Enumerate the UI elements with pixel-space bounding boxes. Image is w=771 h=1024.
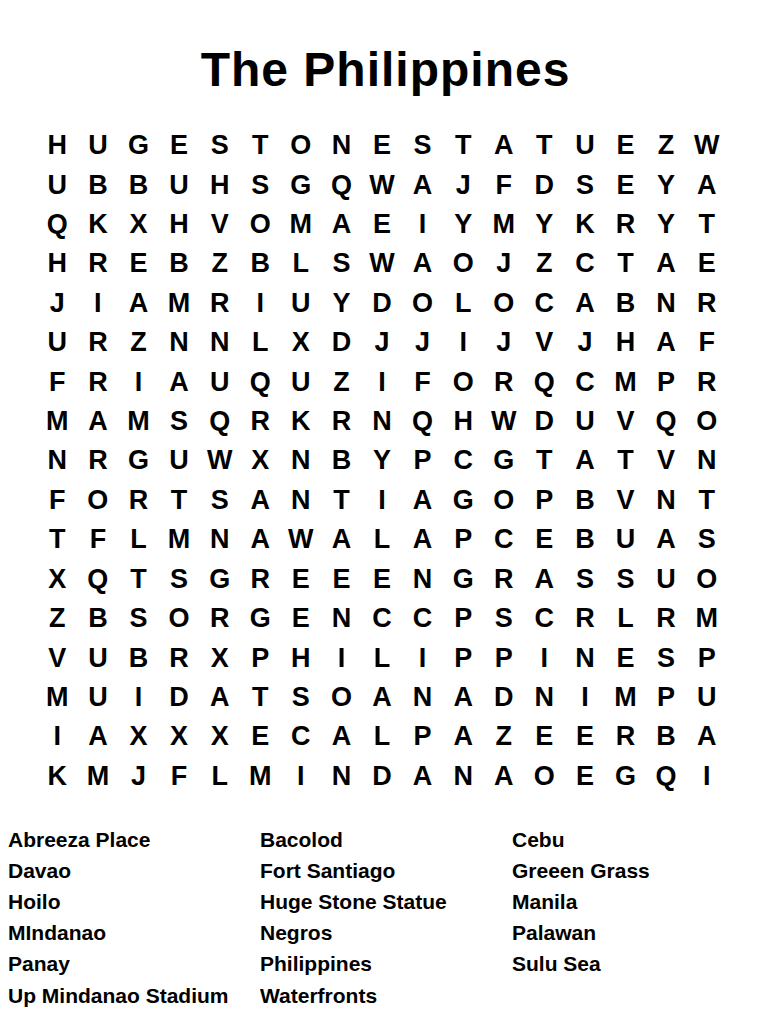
- grid-cell-r13c11[interactable]: P: [443, 599, 484, 638]
- grid-cell-r8c13[interactable]: D: [524, 402, 565, 441]
- grid-cell-r1c1[interactable]: H: [37, 126, 78, 165]
- grid-cell-r14c3[interactable]: B: [118, 638, 159, 677]
- grid-cell-r2c4[interactable]: U: [159, 165, 200, 204]
- grid-cell-r3c12[interactable]: M: [483, 205, 524, 244]
- grid-cell-r9c16[interactable]: V: [646, 441, 687, 480]
- grid-cell-r13c17[interactable]: M: [686, 599, 727, 638]
- grid-cell-r11c17[interactable]: S: [686, 520, 727, 559]
- grid-cell-r1c9[interactable]: E: [362, 126, 403, 165]
- grid-cell-r8c8[interactable]: R: [321, 402, 362, 441]
- grid-cell-r5c3[interactable]: A: [118, 284, 159, 323]
- grid-cell-r16c17[interactable]: A: [686, 717, 727, 756]
- page-title: The Philippines: [0, 42, 771, 97]
- grid-cell-r4c13[interactable]: Z: [524, 244, 565, 283]
- grid-cell-r3c13[interactable]: Y: [524, 205, 565, 244]
- grid-cell-r6c5[interactable]: N: [199, 323, 240, 362]
- grid-cell-r8c15[interactable]: V: [605, 402, 646, 441]
- grid-cell-r9c9[interactable]: Y: [362, 441, 403, 480]
- grid-cell-r8c6[interactable]: R: [240, 402, 281, 441]
- grid-cell-r13c2[interactable]: B: [78, 599, 119, 638]
- grid-cell-r7c5[interactable]: U: [199, 362, 240, 401]
- grid-cell-r1c12[interactable]: A: [483, 126, 524, 165]
- grid-cell-r16c11[interactable]: A: [443, 717, 484, 756]
- grid-cell-r16c10[interactable]: P: [402, 717, 443, 756]
- grid-cell-r10c9[interactable]: I: [362, 481, 403, 520]
- grid-cell-r17c3[interactable]: J: [118, 757, 159, 796]
- grid-cell-r9c7[interactable]: N: [281, 441, 322, 480]
- grid-cell-r9c3[interactable]: G: [118, 441, 159, 480]
- grid-cell-r13c13[interactable]: C: [524, 599, 565, 638]
- grid-cell-r17c4[interactable]: F: [159, 757, 200, 796]
- grid-cell-r14c16[interactable]: S: [646, 638, 687, 677]
- grid-cell-r1c5[interactable]: S: [199, 126, 240, 165]
- grid-cell-r10c8[interactable]: T: [321, 481, 362, 520]
- grid-cell-r17c12[interactable]: A: [483, 757, 524, 796]
- grid-cell-r2c11[interactable]: J: [443, 165, 484, 204]
- grid-cell-r5c9[interactable]: D: [362, 284, 403, 323]
- grid-cell-r9c14[interactable]: A: [565, 441, 606, 480]
- grid-cell-r10c16[interactable]: N: [646, 481, 687, 520]
- grid-cell-r16c6[interactable]: E: [240, 717, 281, 756]
- grid-cell-r2c2[interactable]: B: [78, 165, 119, 204]
- grid-cell-r6c13[interactable]: V: [524, 323, 565, 362]
- grid-cell-r13c7[interactable]: E: [281, 599, 322, 638]
- grid-cell-r4c6[interactable]: B: [240, 244, 281, 283]
- grid-cell-r15c6[interactable]: T: [240, 678, 281, 717]
- grid-cell-r10c14[interactable]: B: [565, 481, 606, 520]
- grid-cell-r12c4[interactable]: S: [159, 560, 200, 599]
- grid-cell-r2c10[interactable]: A: [402, 165, 443, 204]
- grid-cell-r14c7[interactable]: H: [281, 638, 322, 677]
- grid-cell-r7c11[interactable]: O: [443, 362, 484, 401]
- grid-cell-r1c17[interactable]: W: [686, 126, 727, 165]
- grid-cell-r6c4[interactable]: N: [159, 323, 200, 362]
- grid-cell-r6c15[interactable]: H: [605, 323, 646, 362]
- grid-cell-r16c1[interactable]: I: [37, 717, 78, 756]
- grid-cell-r11c16[interactable]: A: [646, 520, 687, 559]
- grid-cell-r11c9[interactable]: L: [362, 520, 403, 559]
- grid-cell-r4c14[interactable]: C: [565, 244, 606, 283]
- grid-cell-r3c10[interactable]: I: [402, 205, 443, 244]
- grid-cell-r12c1[interactable]: X: [37, 560, 78, 599]
- grid-cell-r15c2[interactable]: U: [78, 678, 119, 717]
- grid-cell-r17c5[interactable]: L: [199, 757, 240, 796]
- grid-cell-r6c9[interactable]: J: [362, 323, 403, 362]
- grid-cell-r14c10[interactable]: I: [402, 638, 443, 677]
- grid-cell-r10c2[interactable]: O: [78, 481, 119, 520]
- grid-cell-r3c2[interactable]: K: [78, 205, 119, 244]
- grid-cell-r12c2[interactable]: Q: [78, 560, 119, 599]
- grid-cell-r9c12[interactable]: G: [483, 441, 524, 480]
- grid-cell-r5c6[interactable]: I: [240, 284, 281, 323]
- grid-cell-r11c14[interactable]: B: [565, 520, 606, 559]
- grid-cell-r13c9[interactable]: C: [362, 599, 403, 638]
- word-list-column-3: CebuGreeen GrassManilaPalawanSulu Sea: [512, 824, 762, 980]
- grid-cell-r13c1[interactable]: Z: [37, 599, 78, 638]
- grid-cell-r13c15[interactable]: L: [605, 599, 646, 638]
- grid-cell-r3c15[interactable]: R: [605, 205, 646, 244]
- grid-cell-r17c17[interactable]: I: [686, 757, 727, 796]
- grid-cell-r4c9[interactable]: W: [362, 244, 403, 283]
- grid-cell-r4c17[interactable]: E: [686, 244, 727, 283]
- grid-cell-r11c13[interactable]: E: [524, 520, 565, 559]
- grid-cell-r17c13[interactable]: O: [524, 757, 565, 796]
- grid-cell-r15c11[interactable]: A: [443, 678, 484, 717]
- grid-cell-r17c7[interactable]: I: [281, 757, 322, 796]
- grid-cell-r17c14[interactable]: E: [565, 757, 606, 796]
- grid-cell-r9c11[interactable]: C: [443, 441, 484, 480]
- grid-cell-r1c4[interactable]: E: [159, 126, 200, 165]
- grid-cell-r2c5[interactable]: H: [199, 165, 240, 204]
- grid-cell-r10c1[interactable]: F: [37, 481, 78, 520]
- grid-cell-r14c15[interactable]: E: [605, 638, 646, 677]
- grid-cell-r1c10[interactable]: S: [402, 126, 443, 165]
- grid-cell-r17c8[interactable]: N: [321, 757, 362, 796]
- word-list-item: Abreeza Place: [8, 824, 253, 855]
- grid-cell-r3c16[interactable]: Y: [646, 205, 687, 244]
- grid-cell-r10c11[interactable]: G: [443, 481, 484, 520]
- grid-cell-r12c12[interactable]: R: [483, 560, 524, 599]
- grid-cell-r7c2[interactable]: R: [78, 362, 119, 401]
- grid-cell-r8c16[interactable]: Q: [646, 402, 687, 441]
- grid-cell-r4c4[interactable]: B: [159, 244, 200, 283]
- grid-cell-r15c8[interactable]: O: [321, 678, 362, 717]
- grid-cell-r7c3[interactable]: I: [118, 362, 159, 401]
- grid-cell-r2c12[interactable]: F: [483, 165, 524, 204]
- grid-cell-r7c6[interactable]: Q: [240, 362, 281, 401]
- grid-cell-r9c8[interactable]: B: [321, 441, 362, 480]
- grid-cell-r2c17[interactable]: A: [686, 165, 727, 204]
- grid-cell-r4c1[interactable]: H: [37, 244, 78, 283]
- grid-cell-r8c7[interactable]: K: [281, 402, 322, 441]
- grid-cell-r13c12[interactable]: S: [483, 599, 524, 638]
- grid-cell-r15c14[interactable]: I: [565, 678, 606, 717]
- grid-cell-r13c8[interactable]: N: [321, 599, 362, 638]
- grid-cell-r1c14[interactable]: U: [565, 126, 606, 165]
- grid-cell-r1c16[interactable]: Z: [646, 126, 687, 165]
- grid-cell-r9c2[interactable]: R: [78, 441, 119, 480]
- grid-cell-r5c15[interactable]: B: [605, 284, 646, 323]
- grid-cell-r14c6[interactable]: P: [240, 638, 281, 677]
- grid-cell-r17c6[interactable]: M: [240, 757, 281, 796]
- grid-cell-r15c12[interactable]: D: [483, 678, 524, 717]
- grid-cell-r17c15[interactable]: G: [605, 757, 646, 796]
- grid-cell-r1c3[interactable]: G: [118, 126, 159, 165]
- grid-cell-r2c7[interactable]: G: [281, 165, 322, 204]
- grid-cell-r5c10[interactable]: O: [402, 284, 443, 323]
- grid-cell-r8c9[interactable]: N: [362, 402, 403, 441]
- grid-cell-r2c14[interactable]: S: [565, 165, 606, 204]
- grid-cell-r8c12[interactable]: W: [483, 402, 524, 441]
- grid-cell-r4c16[interactable]: A: [646, 244, 687, 283]
- grid-cell-r16c12[interactable]: Z: [483, 717, 524, 756]
- grid-cell-r4c8[interactable]: S: [321, 244, 362, 283]
- grid-cell-r2c15[interactable]: E: [605, 165, 646, 204]
- grid-cell-r6c7[interactable]: X: [281, 323, 322, 362]
- grid-cell-r10c17[interactable]: T: [686, 481, 727, 520]
- grid-cell-r15c4[interactable]: D: [159, 678, 200, 717]
- grid-cell-r11c15[interactable]: U: [605, 520, 646, 559]
- grid-cell-r8c10[interactable]: Q: [402, 402, 443, 441]
- grid-cell-r17c2[interactable]: M: [78, 757, 119, 796]
- word-list-item: Philippines: [260, 949, 505, 980]
- grid-cell-r7c10[interactable]: F: [402, 362, 443, 401]
- grid-cell-r12c8[interactable]: E: [321, 560, 362, 599]
- grid-cell-r12c10[interactable]: N: [402, 560, 443, 599]
- grid-cell-r3c5[interactable]: V: [199, 205, 240, 244]
- grid-cell-r13c6[interactable]: G: [240, 599, 281, 638]
- grid-cell-r5c7[interactable]: U: [281, 284, 322, 323]
- grid-cell-r6c6[interactable]: L: [240, 323, 281, 362]
- grid-cell-r10c13[interactable]: P: [524, 481, 565, 520]
- grid-cell-r7c9[interactable]: I: [362, 362, 403, 401]
- grid-cell-r3c8[interactable]: A: [321, 205, 362, 244]
- grid-cell-r16c2[interactable]: A: [78, 717, 119, 756]
- grid-cell-r12c13[interactable]: A: [524, 560, 565, 599]
- word-list-item: Manila: [512, 886, 762, 917]
- grid-cell-r8c3[interactable]: M: [118, 402, 159, 441]
- grid-cell-r8c5[interactable]: Q: [199, 402, 240, 441]
- grid-cell-r12c6[interactable]: R: [240, 560, 281, 599]
- grid-cell-r1c13[interactable]: T: [524, 126, 565, 165]
- grid-cell-r3c7[interactable]: M: [281, 205, 322, 244]
- grid-cell-r2c8[interactable]: Q: [321, 165, 362, 204]
- grid-cell-r13c3[interactable]: S: [118, 599, 159, 638]
- grid-cell-r5c11[interactable]: L: [443, 284, 484, 323]
- grid-cell-r10c15[interactable]: V: [605, 481, 646, 520]
- grid-cell-r11c1[interactable]: T: [37, 520, 78, 559]
- grid-cell-r1c6[interactable]: T: [240, 126, 281, 165]
- grid-cell-r14c11[interactable]: P: [443, 638, 484, 677]
- grid-cell-r6c11[interactable]: I: [443, 323, 484, 362]
- grid-cell-r10c4[interactable]: T: [159, 481, 200, 520]
- grid-cell-r10c7[interactable]: N: [281, 481, 322, 520]
- grid-cell-r12c3[interactable]: T: [118, 560, 159, 599]
- grid-cell-r7c7[interactable]: U: [281, 362, 322, 401]
- grid-cell-r13c4[interactable]: O: [159, 599, 200, 638]
- grid-cell-r13c10[interactable]: C: [402, 599, 443, 638]
- word-list-item: Huge Stone Statue: [260, 886, 505, 917]
- grid-cell-r3c4[interactable]: H: [159, 205, 200, 244]
- grid-cell-r5c17[interactable]: R: [686, 284, 727, 323]
- grid-cell-r10c12[interactable]: O: [483, 481, 524, 520]
- grid-cell-r5c1[interactable]: J: [37, 284, 78, 323]
- grid-cell-r3c3[interactable]: X: [118, 205, 159, 244]
- grid-cell-r2c3[interactable]: B: [118, 165, 159, 204]
- grid-cell-r7c15[interactable]: M: [605, 362, 646, 401]
- grid-cell-r9c13[interactable]: T: [524, 441, 565, 480]
- grid-cell-r4c3[interactable]: E: [118, 244, 159, 283]
- grid-cell-r12c16[interactable]: U: [646, 560, 687, 599]
- grid-cell-r5c16[interactable]: N: [646, 284, 687, 323]
- word-list-item: Sulu Sea: [512, 949, 762, 980]
- grid-cell-r14c5[interactable]: X: [199, 638, 240, 677]
- grid-cell-r8c1[interactable]: M: [37, 402, 78, 441]
- grid-cell-r4c12[interactable]: J: [483, 244, 524, 283]
- grid-cell-r7c1[interactable]: F: [37, 362, 78, 401]
- word-list-item: MIndanao: [8, 918, 253, 949]
- grid-cell-r2c1[interactable]: U: [37, 165, 78, 204]
- grid-cell-r15c16[interactable]: P: [646, 678, 687, 717]
- grid-cell-r12c14[interactable]: S: [565, 560, 606, 599]
- grid-cell-r9c10[interactable]: P: [402, 441, 443, 480]
- grid-cell-r13c14[interactable]: R: [565, 599, 606, 638]
- grid-cell-r12c5[interactable]: G: [199, 560, 240, 599]
- grid-cell-r14c1[interactable]: V: [37, 638, 78, 677]
- grid-cell-r6c1[interactable]: U: [37, 323, 78, 362]
- grid-cell-r8c11[interactable]: H: [443, 402, 484, 441]
- grid-cell-r8c2[interactable]: A: [78, 402, 119, 441]
- grid-cell-r10c3[interactable]: R: [118, 481, 159, 520]
- grid-cell-r4c11[interactable]: O: [443, 244, 484, 283]
- grid-cell-r15c13[interactable]: N: [524, 678, 565, 717]
- grid-cell-r3c6[interactable]: O: [240, 205, 281, 244]
- grid-cell-r11c4[interactable]: M: [159, 520, 200, 559]
- grid-cell-r17c9[interactable]: D: [362, 757, 403, 796]
- grid-cell-r11c6[interactable]: A: [240, 520, 281, 559]
- grid-cell-r8c14[interactable]: U: [565, 402, 606, 441]
- grid-cell-r6c2[interactable]: R: [78, 323, 119, 362]
- grid-cell-r7c16[interactable]: P: [646, 362, 687, 401]
- grid-cell-r4c15[interactable]: T: [605, 244, 646, 283]
- word-list-column-1: Abreeza PlaceDavaoHoiloMIndanaoPanayUp M…: [8, 824, 253, 1011]
- grid-cell-r16c16[interactable]: B: [646, 717, 687, 756]
- grid-cell-r10c5[interactable]: S: [199, 481, 240, 520]
- grid-cell-r3c1[interactable]: Q: [37, 205, 78, 244]
- grid-cell-r6c10[interactable]: J: [402, 323, 443, 362]
- grid-cell-r9c4[interactable]: U: [159, 441, 200, 480]
- grid-cell-r15c9[interactable]: A: [362, 678, 403, 717]
- grid-cell-r8c17[interactable]: O: [686, 402, 727, 441]
- grid-cell-r11c5[interactable]: N: [199, 520, 240, 559]
- grid-cell-r8c4[interactable]: S: [159, 402, 200, 441]
- grid-cell-r15c17[interactable]: U: [686, 678, 727, 717]
- grid-cell-r10c10[interactable]: A: [402, 481, 443, 520]
- grid-cell-r3c9[interactable]: E: [362, 205, 403, 244]
- grid-cell-r11c3[interactable]: L: [118, 520, 159, 559]
- grid-cell-r4c5[interactable]: Z: [199, 244, 240, 283]
- grid-cell-r2c16[interactable]: Y: [646, 165, 687, 204]
- grid-cell-r15c3[interactable]: I: [118, 678, 159, 717]
- grid-cell-r11c2[interactable]: F: [78, 520, 119, 559]
- word-list-item: Greeen Grass: [512, 855, 762, 886]
- grid-cell-r4c7[interactable]: L: [281, 244, 322, 283]
- grid-cell-r16c14[interactable]: E: [565, 717, 606, 756]
- grid-cell-r17c10[interactable]: A: [402, 757, 443, 796]
- grid-cell-r17c1[interactable]: K: [37, 757, 78, 796]
- grid-cell-r15c1[interactable]: M: [37, 678, 78, 717]
- grid-cell-r15c7[interactable]: S: [281, 678, 322, 717]
- grid-cell-r16c13[interactable]: E: [524, 717, 565, 756]
- grid-cell-r12c7[interactable]: E: [281, 560, 322, 599]
- grid-cell-r11c11[interactable]: P: [443, 520, 484, 559]
- grid-cell-r2c6[interactable]: S: [240, 165, 281, 204]
- grid-cell-r5c2[interactable]: I: [78, 284, 119, 323]
- grid-cell-r17c11[interactable]: N: [443, 757, 484, 796]
- grid-cell-r15c15[interactable]: M: [605, 678, 646, 717]
- grid-cell-r13c16[interactable]: R: [646, 599, 687, 638]
- grid-cell-r14c8[interactable]: I: [321, 638, 362, 677]
- grid-cell-r16c8[interactable]: A: [321, 717, 362, 756]
- grid-cell-r9c15[interactable]: T: [605, 441, 646, 480]
- grid-cell-r16c9[interactable]: L: [362, 717, 403, 756]
- grid-cell-r12c11[interactable]: G: [443, 560, 484, 599]
- grid-cell-r14c13[interactable]: I: [524, 638, 565, 677]
- grid-cell-r16c5[interactable]: X: [199, 717, 240, 756]
- grid-cell-r16c4[interactable]: X: [159, 717, 200, 756]
- grid-cell-r9c1[interactable]: N: [37, 441, 78, 480]
- grid-cell-r14c9[interactable]: L: [362, 638, 403, 677]
- grid-cell-r5c12[interactable]: O: [483, 284, 524, 323]
- grid-cell-r10c6[interactable]: A: [240, 481, 281, 520]
- grid-cell-r3c17[interactable]: T: [686, 205, 727, 244]
- grid-cell-r15c10[interactable]: N: [402, 678, 443, 717]
- grid-cell-r11c12[interactable]: C: [483, 520, 524, 559]
- grid-cell-r14c14[interactable]: N: [565, 638, 606, 677]
- grid-cell-r5c13[interactable]: C: [524, 284, 565, 323]
- grid-cell-r6c12[interactable]: J: [483, 323, 524, 362]
- grid-cell-r3c11[interactable]: Y: [443, 205, 484, 244]
- grid-cell-r2c13[interactable]: D: [524, 165, 565, 204]
- grid-cell-r7c8[interactable]: Z: [321, 362, 362, 401]
- grid-cell-r9c6[interactable]: X: [240, 441, 281, 480]
- grid-cell-r5c5[interactable]: R: [199, 284, 240, 323]
- grid-cell-r1c11[interactable]: T: [443, 126, 484, 165]
- grid-cell-r9c17[interactable]: N: [686, 441, 727, 480]
- grid-cell-r11c10[interactable]: A: [402, 520, 443, 559]
- grid-cell-r6c8[interactable]: D: [321, 323, 362, 362]
- grid-cell-r4c2[interactable]: R: [78, 244, 119, 283]
- grid-cell-r14c17[interactable]: P: [686, 638, 727, 677]
- grid-cell-r6c14[interactable]: J: [565, 323, 606, 362]
- grid-cell-r7c14[interactable]: C: [565, 362, 606, 401]
- grid-cell-r17c16[interactable]: Q: [646, 757, 687, 796]
- grid-cell-r1c8[interactable]: N: [321, 126, 362, 165]
- grid-cell-r5c8[interactable]: Y: [321, 284, 362, 323]
- grid-cell-r7c4[interactable]: A: [159, 362, 200, 401]
- grid-cell-r9c5[interactable]: W: [199, 441, 240, 480]
- word-list-item: Up Mindanao Stadium: [8, 980, 253, 1011]
- grid-cell-r16c15[interactable]: R: [605, 717, 646, 756]
- grid-cell-r1c7[interactable]: O: [281, 126, 322, 165]
- grid-cell-r1c15[interactable]: E: [605, 126, 646, 165]
- grid-cell-r7c12[interactable]: R: [483, 362, 524, 401]
- grid-cell-r7c17[interactable]: R: [686, 362, 727, 401]
- grid-cell-r5c4[interactable]: M: [159, 284, 200, 323]
- grid-cell-r7c13[interactable]: Q: [524, 362, 565, 401]
- grid-cell-r4c10[interactable]: A: [402, 244, 443, 283]
- grid-cell-r12c9[interactable]: E: [362, 560, 403, 599]
- grid-cell-r12c17[interactable]: O: [686, 560, 727, 599]
- grid-cell-r14c4[interactable]: R: [159, 638, 200, 677]
- grid-cell-r2c9[interactable]: W: [362, 165, 403, 204]
- grid-cell-r1c2[interactable]: U: [78, 126, 119, 165]
- grid-cell-r5c14[interactable]: A: [565, 284, 606, 323]
- grid-cell-r15c5[interactable]: A: [199, 678, 240, 717]
- grid-cell-r6c17[interactable]: F: [686, 323, 727, 362]
- grid-cell-r13c5[interactable]: R: [199, 599, 240, 638]
- grid-cell-r16c3[interactable]: X: [118, 717, 159, 756]
- grid-cell-r11c8[interactable]: A: [321, 520, 362, 559]
- grid-cell-r6c3[interactable]: Z: [118, 323, 159, 362]
- grid-cell-r14c2[interactable]: U: [78, 638, 119, 677]
- grid-cell-r16c7[interactable]: C: [281, 717, 322, 756]
- grid-cell-r11c7[interactable]: W: [281, 520, 322, 559]
- grid-cell-r6c16[interactable]: A: [646, 323, 687, 362]
- grid-cell-r12c15[interactable]: S: [605, 560, 646, 599]
- grid-cell-r14c12[interactable]: P: [483, 638, 524, 677]
- grid-cell-r3c14[interactable]: K: [565, 205, 606, 244]
